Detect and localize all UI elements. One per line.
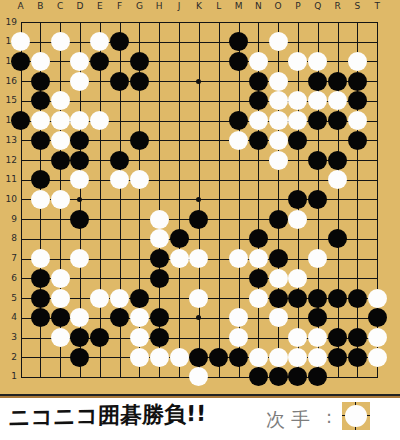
v-grid-line bbox=[219, 22, 220, 378]
stone-black bbox=[328, 348, 347, 367]
stone-white bbox=[90, 32, 109, 51]
stone-black bbox=[308, 308, 327, 327]
stone-white bbox=[51, 289, 70, 308]
row-label: 11 bbox=[1, 174, 17, 185]
stone-white bbox=[51, 32, 70, 51]
stone-black bbox=[130, 289, 149, 308]
stone-white bbox=[348, 52, 367, 71]
stone-white bbox=[229, 328, 248, 347]
stone-black bbox=[348, 328, 367, 347]
stone-black bbox=[110, 151, 129, 170]
stone-black bbox=[348, 131, 367, 150]
stone-white bbox=[130, 308, 149, 327]
stone-black bbox=[70, 131, 89, 150]
stone-white bbox=[368, 328, 387, 347]
stone-white bbox=[249, 249, 268, 268]
stone-white bbox=[288, 52, 307, 71]
stone-black bbox=[269, 289, 288, 308]
column-label: S bbox=[348, 1, 366, 12]
match-title: ニコニコ囲碁勝負!! bbox=[8, 398, 258, 433]
stone-white bbox=[269, 131, 288, 150]
stone-white bbox=[288, 269, 307, 288]
stone-black bbox=[348, 348, 367, 367]
stone-white bbox=[308, 91, 327, 110]
stone-black bbox=[249, 72, 268, 91]
stone-white bbox=[51, 269, 70, 288]
stone-white bbox=[51, 190, 70, 209]
stone-black bbox=[269, 367, 288, 386]
stone-white bbox=[110, 289, 129, 308]
column-label: B bbox=[31, 1, 49, 12]
row-label: 16 bbox=[1, 76, 17, 87]
stone-black bbox=[31, 289, 50, 308]
stone-black bbox=[11, 52, 30, 71]
stone-black bbox=[51, 151, 70, 170]
star-point bbox=[196, 315, 201, 320]
stone-white bbox=[51, 328, 70, 347]
row-label: 6 bbox=[1, 273, 17, 284]
column-label: O bbox=[269, 1, 287, 12]
row-label: 4 bbox=[1, 312, 17, 323]
stone-white bbox=[269, 72, 288, 91]
column-label: L bbox=[210, 1, 228, 12]
stone-black bbox=[189, 348, 208, 367]
stone-white bbox=[150, 210, 169, 229]
stone-white bbox=[170, 348, 189, 367]
stone-black bbox=[229, 111, 248, 130]
stone-white bbox=[31, 111, 50, 130]
stone-black bbox=[249, 131, 268, 150]
stone-white bbox=[189, 367, 208, 386]
stone-white bbox=[70, 111, 89, 130]
stone-white bbox=[288, 328, 307, 347]
white-stone-icon bbox=[345, 405, 367, 427]
stone-black bbox=[229, 348, 248, 367]
stone-white bbox=[269, 151, 288, 170]
stone-white bbox=[70, 308, 89, 327]
stone-white bbox=[269, 269, 288, 288]
stone-white bbox=[229, 308, 248, 327]
stone-black bbox=[90, 328, 109, 347]
next-move-label: 次手 bbox=[266, 407, 316, 433]
stone-black bbox=[308, 72, 327, 91]
stone-white bbox=[70, 72, 89, 91]
column-label: H bbox=[150, 1, 168, 12]
stone-white bbox=[368, 289, 387, 308]
stone-black bbox=[110, 308, 129, 327]
stone-black bbox=[249, 229, 268, 248]
stone-black bbox=[288, 289, 307, 308]
stone-black bbox=[110, 72, 129, 91]
stone-white bbox=[348, 111, 367, 130]
stone-black bbox=[31, 269, 50, 288]
stone-black bbox=[348, 91, 367, 110]
caption-bar: ニコニコ囲碁勝負!! 次手 : bbox=[0, 394, 400, 440]
screen: ABCDEFGHJKLMNOPQRST 19181716151413121110… bbox=[0, 0, 400, 440]
stone-white bbox=[249, 289, 268, 308]
stone-white bbox=[249, 52, 268, 71]
row-label: 3 bbox=[1, 332, 17, 343]
h-grid-line bbox=[21, 239, 379, 240]
stone-white bbox=[150, 348, 169, 367]
stone-black bbox=[269, 249, 288, 268]
stone-white bbox=[288, 111, 307, 130]
stone-black bbox=[90, 52, 109, 71]
row-label: 12 bbox=[1, 155, 17, 166]
column-label: A bbox=[12, 1, 30, 12]
column-label: J bbox=[170, 1, 188, 12]
stone-white bbox=[308, 249, 327, 268]
stone-black bbox=[308, 289, 327, 308]
star-point bbox=[77, 197, 82, 202]
stone-black bbox=[150, 308, 169, 327]
stone-white bbox=[31, 190, 50, 209]
stone-white bbox=[31, 249, 50, 268]
stone-black bbox=[308, 151, 327, 170]
stone-black bbox=[31, 170, 50, 189]
stone-black bbox=[31, 91, 50, 110]
stone-black bbox=[229, 32, 248, 51]
stone-black bbox=[51, 308, 70, 327]
row-label: 9 bbox=[1, 214, 17, 225]
stone-black bbox=[308, 111, 327, 130]
stone-white bbox=[288, 210, 307, 229]
row-label: 10 bbox=[1, 194, 17, 205]
stone-black bbox=[70, 151, 89, 170]
stone-white bbox=[269, 348, 288, 367]
stone-white bbox=[288, 91, 307, 110]
stone-white bbox=[308, 348, 327, 367]
stone-white bbox=[130, 348, 149, 367]
stone-black bbox=[249, 269, 268, 288]
stone-white bbox=[170, 249, 189, 268]
column-label: E bbox=[91, 1, 109, 12]
stone-white bbox=[51, 111, 70, 130]
stone-white bbox=[229, 249, 248, 268]
stone-black bbox=[308, 190, 327, 209]
stone-white bbox=[70, 170, 89, 189]
stone-black bbox=[249, 91, 268, 110]
row-label: 1 bbox=[1, 371, 17, 382]
stone-black bbox=[130, 131, 149, 150]
stone-black bbox=[170, 229, 189, 248]
stone-black bbox=[110, 32, 129, 51]
stone-black bbox=[229, 52, 248, 71]
column-label: K bbox=[190, 1, 208, 12]
stone-white bbox=[130, 170, 149, 189]
stone-white bbox=[70, 52, 89, 71]
stone-black bbox=[308, 367, 327, 386]
stone-black bbox=[348, 289, 367, 308]
stone-black bbox=[288, 131, 307, 150]
stone-white bbox=[269, 111, 288, 130]
stone-white bbox=[31, 52, 50, 71]
stone-black bbox=[70, 328, 89, 347]
stone-white bbox=[110, 170, 129, 189]
stone-black bbox=[348, 72, 367, 91]
stone-white bbox=[328, 91, 347, 110]
stone-black bbox=[130, 72, 149, 91]
column-label: P bbox=[289, 1, 307, 12]
stone-black bbox=[11, 111, 30, 130]
stone-black bbox=[150, 249, 169, 268]
row-label: 2 bbox=[1, 352, 17, 363]
stone-white bbox=[51, 131, 70, 150]
star-point bbox=[196, 79, 201, 84]
stone-black bbox=[130, 52, 149, 71]
next-move-colon: : bbox=[326, 406, 332, 427]
column-label: D bbox=[71, 1, 89, 12]
stone-white bbox=[229, 131, 248, 150]
stone-white bbox=[308, 328, 327, 347]
stone-white bbox=[51, 91, 70, 110]
stone-white bbox=[90, 289, 109, 308]
stone-white bbox=[269, 308, 288, 327]
stone-white bbox=[130, 328, 149, 347]
stone-black bbox=[288, 190, 307, 209]
go-board[interactable]: ABCDEFGHJKLMNOPQRST 19181716151413121110… bbox=[0, 0, 400, 394]
stone-white bbox=[288, 348, 307, 367]
row-label: 15 bbox=[1, 95, 17, 106]
stone-black bbox=[70, 210, 89, 229]
row-label: 7 bbox=[1, 253, 17, 264]
stone-black bbox=[328, 111, 347, 130]
stone-white bbox=[249, 111, 268, 130]
stone-white bbox=[269, 91, 288, 110]
stone-black bbox=[328, 229, 347, 248]
stone-black bbox=[31, 72, 50, 91]
stone-black bbox=[31, 308, 50, 327]
stone-black bbox=[249, 367, 268, 386]
stone-black bbox=[269, 210, 288, 229]
column-label: M bbox=[230, 1, 248, 12]
row-label: 13 bbox=[1, 135, 17, 146]
stone-white bbox=[249, 348, 268, 367]
star-point bbox=[196, 197, 201, 202]
stone-black bbox=[328, 72, 347, 91]
stone-black bbox=[70, 348, 89, 367]
column-label: F bbox=[111, 1, 129, 12]
row-label: 5 bbox=[1, 293, 17, 304]
row-label: 8 bbox=[1, 233, 17, 244]
caption-accent-line bbox=[0, 396, 400, 398]
stone-white bbox=[11, 32, 30, 51]
stone-black bbox=[150, 328, 169, 347]
next-move-stone-box bbox=[342, 402, 370, 430]
stone-white bbox=[189, 289, 208, 308]
row-label: 19 bbox=[1, 17, 17, 28]
stone-black bbox=[209, 348, 228, 367]
stone-black bbox=[189, 210, 208, 229]
column-label: R bbox=[329, 1, 347, 12]
stone-black bbox=[31, 131, 50, 150]
stone-black bbox=[328, 328, 347, 347]
stone-white bbox=[308, 52, 327, 71]
stone-black bbox=[328, 151, 347, 170]
h-grid-line bbox=[21, 278, 379, 279]
stone-white bbox=[150, 229, 169, 248]
stone-white bbox=[189, 249, 208, 268]
stone-white bbox=[70, 249, 89, 268]
stone-white bbox=[90, 111, 109, 130]
stone-black bbox=[150, 269, 169, 288]
column-label: C bbox=[51, 1, 69, 12]
stone-white bbox=[269, 32, 288, 51]
column-label: Q bbox=[309, 1, 327, 12]
stone-white bbox=[328, 170, 347, 189]
stone-black bbox=[288, 367, 307, 386]
column-label: T bbox=[368, 1, 386, 12]
column-label: G bbox=[130, 1, 148, 12]
stone-white bbox=[368, 348, 387, 367]
stone-black bbox=[328, 289, 347, 308]
column-label: N bbox=[249, 1, 267, 12]
stone-black bbox=[368, 308, 387, 327]
